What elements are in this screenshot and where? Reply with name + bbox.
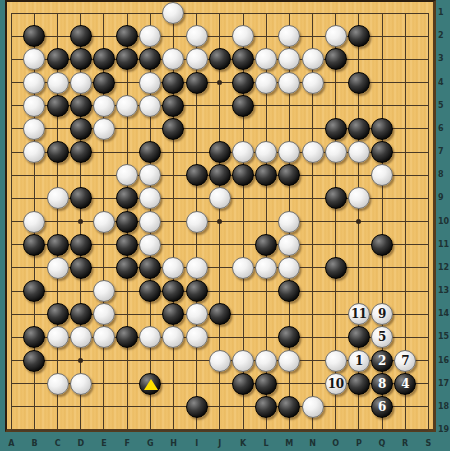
column-label-N: N bbox=[306, 439, 320, 448]
stone-black-D12[interactable] bbox=[70, 257, 92, 279]
move-number-label: 5 bbox=[378, 331, 386, 343]
stone-black-B16[interactable] bbox=[23, 350, 45, 372]
stone-black-R17[interactable]: 4 bbox=[394, 373, 416, 395]
row-label-3: 3 bbox=[438, 54, 450, 64]
stone-white-I14[interactable] bbox=[186, 303, 208, 325]
move-number-label: 10 bbox=[328, 378, 344, 390]
stone-black-I13[interactable] bbox=[186, 280, 208, 302]
row-label-12: 12 bbox=[438, 263, 450, 273]
stone-black-H5[interactable] bbox=[162, 95, 184, 117]
stone-white-E13[interactable] bbox=[93, 280, 115, 302]
stone-white-L12[interactable] bbox=[255, 257, 277, 279]
stone-white-L4[interactable] bbox=[255, 72, 277, 94]
move-number-label: 11 bbox=[351, 308, 367, 320]
move-number-label: 1 bbox=[355, 355, 363, 367]
stone-white-I12[interactable] bbox=[186, 257, 208, 279]
stone-black-F12[interactable] bbox=[116, 257, 138, 279]
stone-black-E4[interactable] bbox=[93, 72, 115, 94]
stone-white-P14[interactable]: 11 bbox=[348, 303, 370, 325]
stone-black-D11[interactable] bbox=[70, 234, 92, 256]
stone-white-I10[interactable] bbox=[186, 211, 208, 233]
stone-black-K5[interactable] bbox=[232, 95, 254, 117]
stone-white-E10[interactable] bbox=[93, 211, 115, 233]
column-label-R: R bbox=[398, 439, 412, 448]
stone-white-I15[interactable] bbox=[186, 326, 208, 348]
row-label-16: 16 bbox=[438, 356, 450, 366]
row-label-1: 1 bbox=[438, 8, 450, 18]
stone-black-K17[interactable] bbox=[232, 373, 254, 395]
stone-white-M10[interactable] bbox=[278, 211, 300, 233]
column-label-D: D bbox=[74, 439, 88, 448]
stone-white-B5[interactable] bbox=[23, 95, 45, 117]
column-label-P: P bbox=[352, 439, 366, 448]
stone-black-Q7[interactable] bbox=[371, 141, 393, 163]
stone-white-G4[interactable] bbox=[139, 72, 161, 94]
stone-black-H4[interactable] bbox=[162, 72, 184, 94]
stone-black-Q6[interactable] bbox=[371, 118, 393, 140]
stone-black-J7[interactable] bbox=[209, 141, 231, 163]
stone-black-C14[interactable] bbox=[47, 303, 69, 325]
stone-white-J16[interactable] bbox=[209, 350, 231, 372]
stone-white-G5[interactable] bbox=[139, 95, 161, 117]
stone-black-F11[interactable] bbox=[116, 234, 138, 256]
move-number-label: 7 bbox=[401, 355, 409, 367]
row-label-8: 8 bbox=[438, 170, 450, 180]
column-label-O: O bbox=[329, 439, 343, 448]
row-label-13: 13 bbox=[438, 286, 450, 296]
stone-black-D6[interactable] bbox=[70, 118, 92, 140]
stone-white-G11[interactable] bbox=[139, 234, 161, 256]
stone-black-O9[interactable] bbox=[325, 187, 347, 209]
column-label-E: E bbox=[97, 439, 111, 448]
move-number-label: 9 bbox=[378, 308, 386, 320]
move-number-label: 2 bbox=[378, 355, 386, 367]
column-label-J: J bbox=[213, 439, 227, 448]
stone-white-E5[interactable] bbox=[93, 95, 115, 117]
stone-white-I3[interactable] bbox=[186, 48, 208, 70]
row-label-17: 17 bbox=[438, 379, 450, 389]
stone-black-P4[interactable] bbox=[348, 72, 370, 94]
row-label-14: 14 bbox=[438, 309, 450, 319]
stone-black-O3[interactable] bbox=[325, 48, 347, 70]
row-label-6: 6 bbox=[438, 124, 450, 134]
column-label-I: I bbox=[190, 439, 204, 448]
stone-white-B10[interactable] bbox=[23, 211, 45, 233]
stone-black-I18[interactable] bbox=[186, 396, 208, 418]
stone-black-L11[interactable] bbox=[255, 234, 277, 256]
stone-black-Q17[interactable]: 8 bbox=[371, 373, 393, 395]
stone-white-M16[interactable] bbox=[278, 350, 300, 372]
stone-white-L7[interactable] bbox=[255, 141, 277, 163]
stone-white-K2[interactable] bbox=[232, 25, 254, 47]
stone-white-C15[interactable] bbox=[47, 326, 69, 348]
stone-white-P16[interactable]: 1 bbox=[348, 350, 370, 372]
stone-black-F10[interactable] bbox=[116, 211, 138, 233]
stone-white-K7[interactable] bbox=[232, 141, 254, 163]
row-label-10: 10 bbox=[438, 217, 450, 227]
stone-black-Q16[interactable]: 2 bbox=[371, 350, 393, 372]
stone-black-C11[interactable] bbox=[47, 234, 69, 256]
stone-white-F5[interactable] bbox=[116, 95, 138, 117]
stone-white-M11[interactable] bbox=[278, 234, 300, 256]
stone-black-D14[interactable] bbox=[70, 303, 92, 325]
column-label-B: B bbox=[27, 439, 41, 448]
move-number-label: 4 bbox=[401, 378, 409, 390]
row-label-2: 2 bbox=[438, 31, 450, 41]
row-label-9: 9 bbox=[438, 193, 450, 203]
stone-white-E6[interactable] bbox=[93, 118, 115, 140]
stone-black-I4[interactable] bbox=[186, 72, 208, 94]
stone-black-D9[interactable] bbox=[70, 187, 92, 209]
stone-black-G17[interactable] bbox=[139, 373, 161, 395]
stone-white-N7[interactable] bbox=[302, 141, 324, 163]
stone-white-C4[interactable] bbox=[47, 72, 69, 94]
stone-white-D4[interactable] bbox=[70, 72, 92, 94]
stone-black-P6[interactable] bbox=[348, 118, 370, 140]
stone-black-B11[interactable] bbox=[23, 234, 45, 256]
stone-white-I2[interactable] bbox=[186, 25, 208, 47]
row-label-4: 4 bbox=[438, 78, 450, 88]
grid-line-horizontal bbox=[11, 430, 428, 431]
column-label-A: A bbox=[4, 439, 18, 448]
stone-black-J14[interactable] bbox=[209, 303, 231, 325]
stone-black-G12[interactable] bbox=[139, 257, 161, 279]
stone-black-D3[interactable] bbox=[70, 48, 92, 70]
stone-white-G10[interactable] bbox=[139, 211, 161, 233]
row-label-11: 11 bbox=[438, 240, 450, 250]
stone-black-D5[interactable] bbox=[70, 95, 92, 117]
row-label-15: 15 bbox=[438, 332, 450, 342]
grid-line-vertical bbox=[428, 13, 429, 430]
stone-white-N4[interactable] bbox=[302, 72, 324, 94]
move-number-label: 8 bbox=[378, 378, 386, 390]
stone-white-E14[interactable] bbox=[93, 303, 115, 325]
row-label-5: 5 bbox=[438, 101, 450, 111]
stone-white-B4[interactable] bbox=[23, 72, 45, 94]
go-game-screenshot: ABCDEFGHIJKLMNOPQRS123456789101112131415… bbox=[0, 0, 450, 451]
stone-white-K16[interactable] bbox=[232, 350, 254, 372]
row-label-7: 7 bbox=[438, 147, 450, 157]
column-label-C: C bbox=[51, 439, 65, 448]
stone-black-P17[interactable] bbox=[348, 373, 370, 395]
triangle-marker-icon bbox=[144, 379, 158, 390]
move-number-label: 6 bbox=[378, 401, 386, 413]
stone-white-L16[interactable] bbox=[255, 350, 277, 372]
stone-white-O16[interactable] bbox=[325, 350, 347, 372]
column-label-H: H bbox=[166, 439, 180, 448]
stone-black-K4[interactable] bbox=[232, 72, 254, 94]
stone-white-K12[interactable] bbox=[232, 257, 254, 279]
stone-black-O6[interactable] bbox=[325, 118, 347, 140]
stone-white-C12[interactable] bbox=[47, 257, 69, 279]
column-label-F: F bbox=[120, 439, 134, 448]
grid-line-horizontal bbox=[11, 406, 428, 407]
stone-black-Q11[interactable] bbox=[371, 234, 393, 256]
stone-black-J8[interactable] bbox=[209, 164, 231, 186]
stone-black-L17[interactable] bbox=[255, 373, 277, 395]
stone-white-C9[interactable] bbox=[47, 187, 69, 209]
column-label-G: G bbox=[143, 439, 157, 448]
row-label-18: 18 bbox=[438, 402, 450, 412]
stone-black-D2[interactable] bbox=[70, 25, 92, 47]
stone-white-O2[interactable] bbox=[325, 25, 347, 47]
stone-black-C3[interactable] bbox=[47, 48, 69, 70]
stone-white-N3[interactable] bbox=[302, 48, 324, 70]
column-label-Q: Q bbox=[375, 439, 389, 448]
column-label-K: K bbox=[236, 439, 250, 448]
stone-black-C7[interactable] bbox=[47, 141, 69, 163]
stone-white-C17[interactable] bbox=[47, 373, 69, 395]
stone-black-J3[interactable] bbox=[209, 48, 231, 70]
stone-black-O12[interactable] bbox=[325, 257, 347, 279]
stone-white-O17[interactable]: 10 bbox=[325, 373, 347, 395]
stone-white-D17[interactable] bbox=[70, 373, 92, 395]
column-label-M: M bbox=[282, 439, 296, 448]
column-label-S: S bbox=[421, 439, 435, 448]
stone-white-R16[interactable]: 7 bbox=[394, 350, 416, 372]
stone-white-P7[interactable] bbox=[348, 141, 370, 163]
grid-line-horizontal bbox=[11, 291, 428, 292]
stone-black-I8[interactable] bbox=[186, 164, 208, 186]
stone-black-Q18[interactable]: 6 bbox=[371, 396, 393, 418]
column-label-L: L bbox=[259, 439, 273, 448]
stone-black-L18[interactable] bbox=[255, 396, 277, 418]
stone-white-N18[interactable] bbox=[302, 396, 324, 418]
stone-black-P2[interactable] bbox=[348, 25, 370, 47]
stone-white-O7[interactable] bbox=[325, 141, 347, 163]
stone-white-M4[interactable] bbox=[278, 72, 300, 94]
stone-black-D7[interactable] bbox=[70, 141, 92, 163]
row-label-19: 19 bbox=[438, 425, 450, 435]
stone-black-C5[interactable] bbox=[47, 95, 69, 117]
